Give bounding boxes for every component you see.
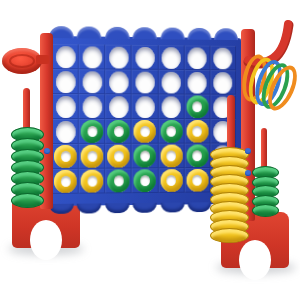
board-cell (132, 119, 158, 144)
board-cell (79, 94, 106, 119)
board-hole (162, 121, 181, 143)
board-cell (52, 44, 79, 69)
board-cell (52, 69, 79, 94)
board-hole (135, 71, 154, 93)
board-hole (162, 145, 181, 167)
board-cell (52, 94, 79, 119)
board-hole (109, 170, 129, 192)
board-cell (132, 168, 158, 193)
board-bottom-scallop (105, 203, 129, 213)
disc-center (87, 151, 97, 162)
board-top-scallop (215, 28, 239, 40)
board-top-scallop (133, 27, 157, 39)
disc-center (193, 175, 203, 186)
disc-center (167, 126, 177, 137)
disc-center (140, 175, 150, 186)
board-cell (105, 168, 131, 193)
board-cell (184, 70, 210, 95)
disc-center (87, 126, 97, 137)
hoop-bracket (36, 55, 49, 64)
yellow-disc (186, 169, 208, 192)
board-grid (52, 44, 236, 194)
green-ring (252, 204, 279, 217)
board-cell (79, 169, 106, 194)
green-disc (186, 95, 208, 118)
board-hole (214, 47, 233, 69)
board-hole (55, 121, 75, 143)
board-cell (105, 144, 131, 169)
disc-center (114, 126, 124, 137)
green-disc (108, 120, 130, 143)
yellow-disc (81, 145, 104, 168)
board-hole (82, 145, 102, 167)
board-hole (55, 145, 75, 167)
board-cell (79, 44, 106, 69)
disc-center (87, 176, 97, 187)
yellow-disc (54, 145, 77, 168)
board-cell (52, 119, 79, 144)
disc-center (114, 151, 124, 162)
disc-center (167, 150, 177, 161)
board-hole (82, 46, 102, 68)
board-cell (158, 168, 184, 193)
yellow-ring (210, 228, 249, 243)
board-hole (135, 170, 154, 192)
yellow-disc (108, 145, 130, 168)
disc-center (140, 126, 150, 137)
board-cell (132, 94, 158, 119)
connector-knob (245, 170, 251, 176)
board-hole (82, 121, 102, 143)
board-cell (79, 69, 106, 94)
board-bottom-scallop (77, 203, 102, 213)
board-hole (135, 145, 154, 167)
board-cell (105, 94, 131, 119)
green-disc (186, 144, 208, 167)
board-hole (162, 96, 181, 118)
green-disc (134, 145, 156, 168)
board-bottom-scallop (160, 202, 184, 212)
yellow-disc (54, 170, 77, 193)
board-hole (55, 96, 75, 118)
board-hole (188, 71, 207, 93)
green-ring (11, 193, 44, 208)
board-hole (188, 169, 207, 191)
board-hole (82, 96, 102, 118)
disc-center (193, 101, 203, 112)
board-cell (210, 46, 236, 71)
board-cell (210, 70, 236, 95)
right-ring-post (227, 95, 235, 153)
board-hole (109, 145, 129, 167)
board-cell (132, 70, 158, 95)
board-hole (135, 46, 154, 68)
board-bottom-scallop (133, 203, 157, 213)
board-cell (184, 94, 210, 119)
board-cell (184, 45, 210, 70)
left-ring-stack (11, 127, 44, 208)
board-cell (105, 69, 131, 94)
disc-center (114, 175, 124, 186)
connector-knob (245, 148, 251, 154)
board-hole (188, 121, 207, 143)
yellow-disc (81, 170, 104, 193)
board-hole (109, 71, 129, 93)
board-cell (184, 168, 210, 193)
board-top-scallop (188, 28, 212, 40)
toss-rings (243, 50, 293, 108)
board-hole (109, 96, 129, 118)
board-hole (109, 46, 129, 68)
yellow-disc (160, 169, 182, 192)
board-cell (158, 94, 184, 119)
far-right-ring-post (261, 128, 267, 170)
board-hole (135, 96, 154, 118)
board-cell (79, 144, 106, 169)
board-cell (158, 70, 184, 95)
disc-center (193, 126, 203, 137)
disc-center (140, 151, 150, 162)
board-cell (132, 144, 158, 169)
board-cell (105, 45, 131, 70)
board-hole (214, 72, 233, 94)
board-cell (158, 144, 184, 169)
disc-center (193, 150, 203, 161)
far-right-ring-stack (252, 166, 279, 217)
board-cell (52, 169, 79, 194)
green-disc (134, 169, 156, 192)
board-hole (162, 47, 181, 69)
board-hole (55, 71, 75, 93)
product-photo (0, 0, 300, 300)
connector-knob (44, 148, 50, 154)
right-ring-stack (210, 147, 249, 243)
board-cell (105, 119, 131, 144)
board-cell (184, 144, 210, 169)
board-bottom-scallop (188, 202, 212, 212)
board-top-scallop (77, 26, 102, 38)
green-disc (160, 120, 182, 143)
board-cell (52, 144, 79, 169)
green-disc (81, 120, 104, 143)
yellow-disc (160, 145, 182, 168)
disc-center (167, 175, 177, 186)
board-hole (162, 71, 181, 93)
board-hole (109, 121, 129, 143)
yellow-disc (186, 120, 208, 143)
board-hole (82, 170, 102, 192)
board-hole (188, 96, 207, 118)
board-cell (158, 45, 184, 70)
disc-center (60, 151, 70, 162)
board-top-scallop (160, 27, 184, 39)
board-cell (184, 119, 210, 144)
green-disc (108, 169, 130, 192)
board-cell (158, 119, 184, 144)
board-top-scallop (105, 27, 129, 39)
board-cell (132, 45, 158, 70)
board-hole (55, 170, 75, 192)
yellow-disc (134, 120, 156, 143)
board-hole (82, 71, 102, 93)
board-hole (55, 46, 75, 68)
board-hole (135, 121, 154, 143)
disc-center (60, 176, 70, 187)
board-hole (188, 47, 207, 69)
board-hole (162, 170, 181, 192)
board-cell (79, 119, 106, 144)
board-hole (188, 145, 207, 167)
